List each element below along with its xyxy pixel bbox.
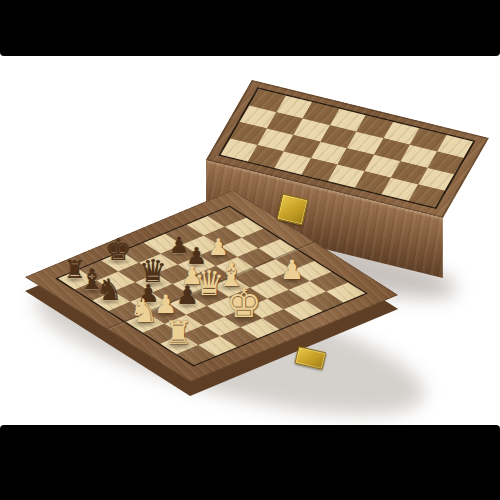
- letterbox-bar-top: [0, 0, 500, 56]
- product-photo-chess-set: ♜♚♝♟♞♛♟♟♟♟♞♟♟♛♝♟♜♚: [0, 0, 500, 500]
- letterbox-bar-bottom: [0, 425, 500, 500]
